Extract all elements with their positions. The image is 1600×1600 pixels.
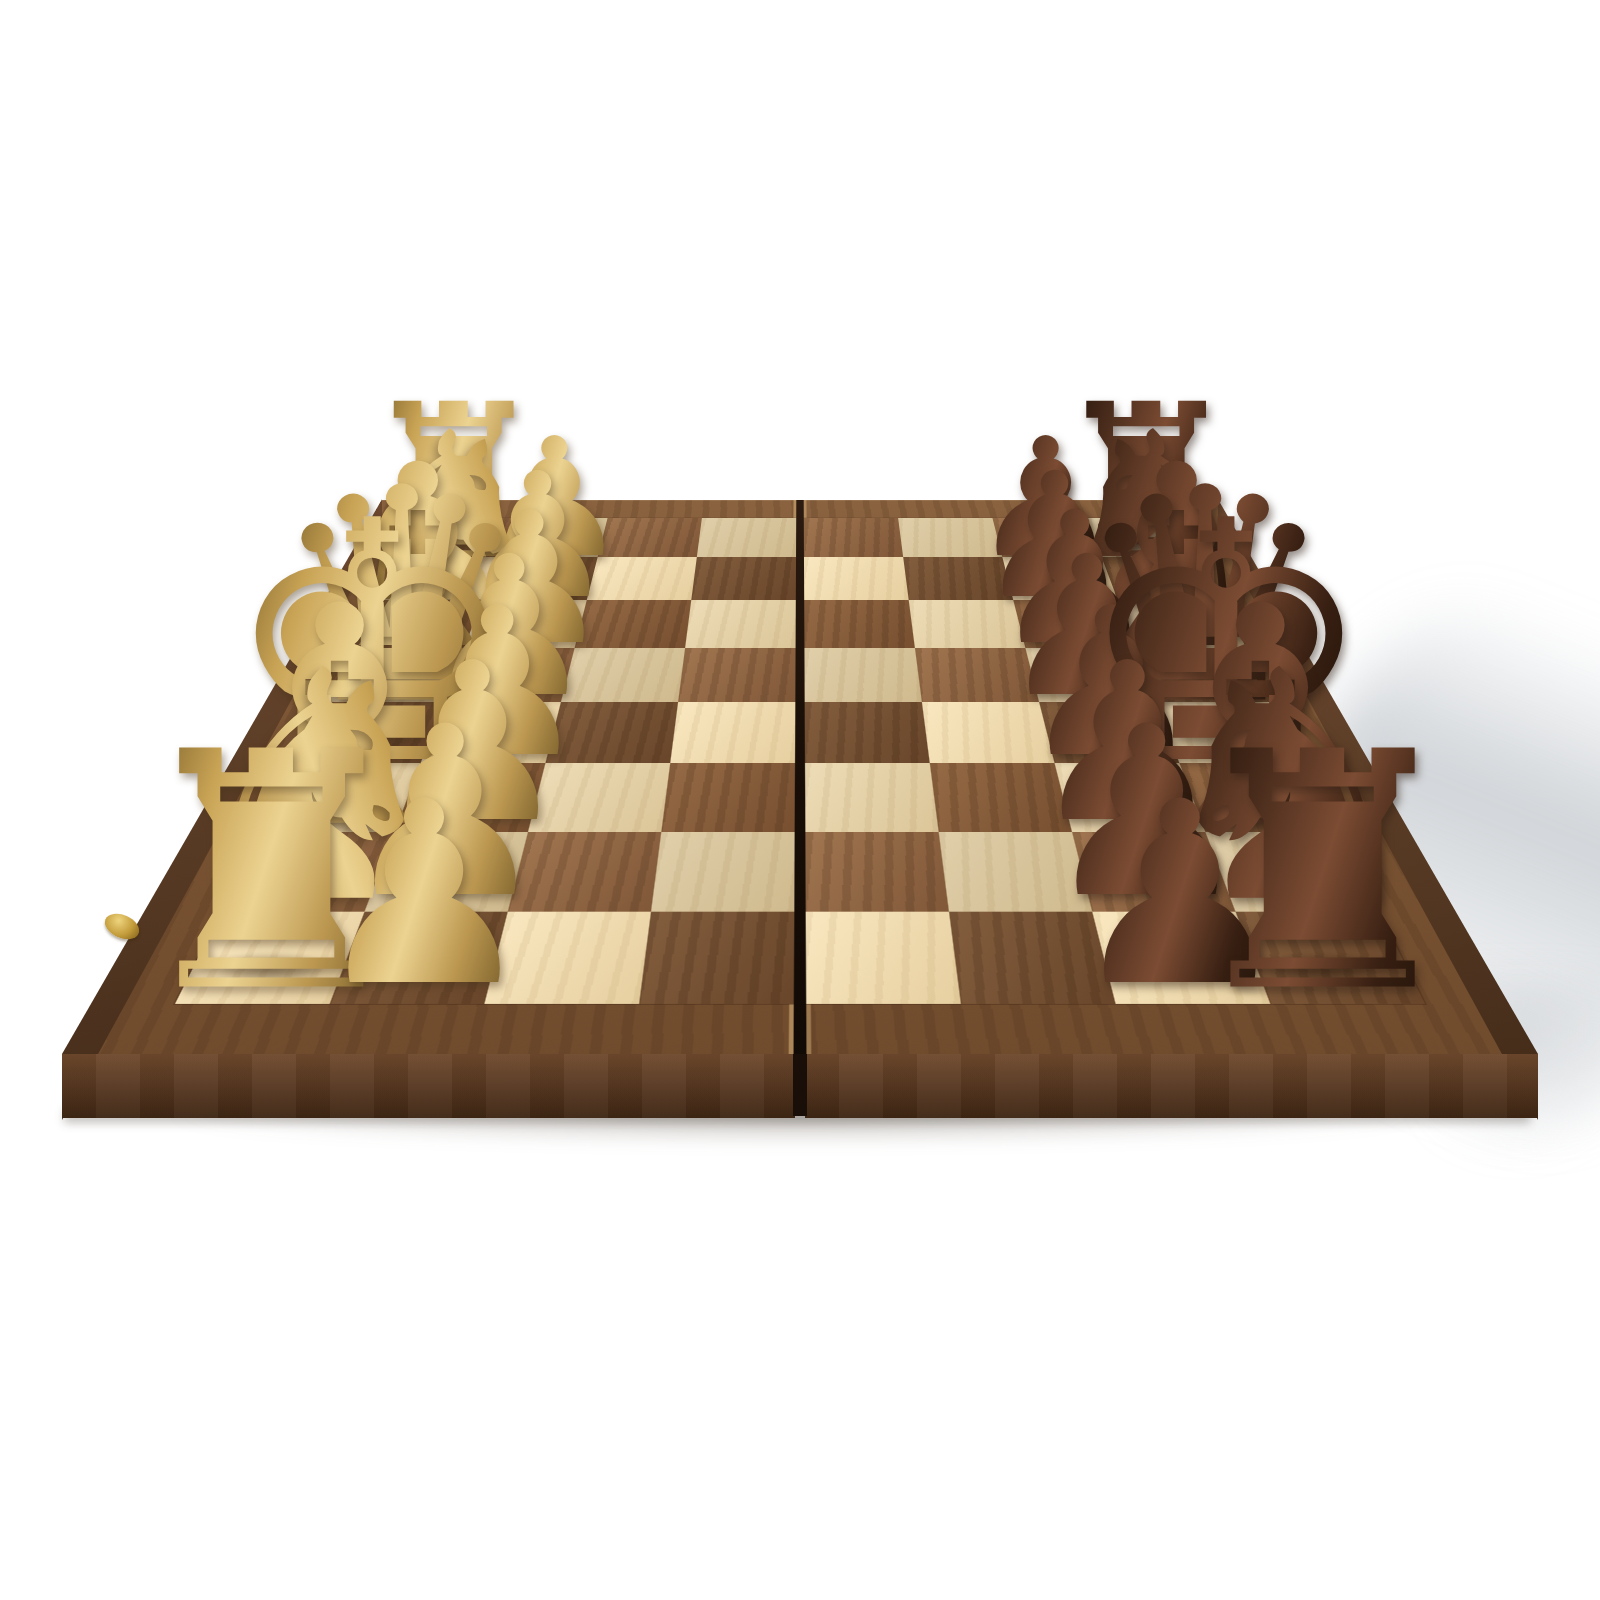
piece-white-pawn: ♟ bbox=[311, 769, 538, 1022]
piece-black-rook: ♜ bbox=[1176, 709, 1469, 1036]
piece-layer: ♜♟♟♜♞♟♟♞♝♟♟♝♛♟♟♛♚♟♟♚♝♟♟♝♞♟♟♞♜♟♟♜ bbox=[0, 0, 1600, 1600]
product-photo-scene: ♜♟♟♜♞♟♟♞♝♟♟♝♛♟♟♛♚♟♟♚♝♟♟♝♞♟♟♞♜♟♟♜ bbox=[0, 0, 1600, 1600]
